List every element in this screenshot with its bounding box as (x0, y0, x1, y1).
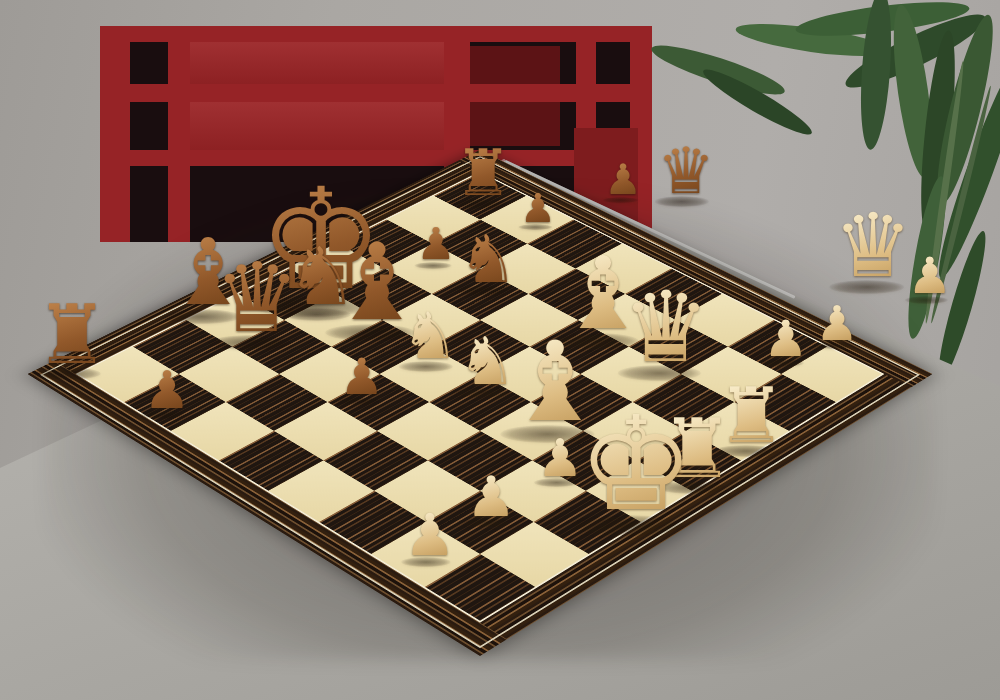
photo-scene: ♚♛♜♜♝♝♞♞♟♟♟♟♟♚♛♜♜♝♝♞♞♟♟♟♟♛♟♛♟ (0, 0, 1000, 700)
piece-white-queen-offboard[interactable]: ♛ (834, 202, 913, 290)
piece-white-queen-f3[interactable]: ♛ (622, 278, 710, 376)
piece-black-queen-c7[interactable]: ♛ (214, 250, 300, 346)
piece-black-pawn-c5[interactable]: ♟ (340, 352, 385, 402)
piece-black-queen-offboard[interactable]: ♛ (657, 139, 714, 203)
piece-white-pawn-a2[interactable]: ♟ (404, 506, 456, 564)
piece-white-pawn-g2[interactable]: ♟ (764, 314, 809, 364)
piece-black-rook-h8[interactable]: ♜ (454, 141, 511, 205)
cabinet-back-panel (190, 42, 444, 86)
piece-black-rook-a8[interactable]: ♜ (35, 294, 109, 376)
piece-white-pawn-offboard[interactable]: ♟ (908, 251, 953, 301)
piece-white-pawn-c2[interactable]: ♟ (537, 432, 584, 484)
piece-white-knight-d5[interactable]: ♞ (401, 304, 458, 368)
piece-black-pawn-offboard[interactable]: ♟ (604, 159, 642, 201)
piece-black-pawn-b7[interactable]: ♟ (144, 364, 191, 416)
piece-white-king-e1[interactable]: ♚ (578, 399, 695, 529)
piece-black-knight-f6[interactable]: ♞ (458, 227, 517, 293)
piece-white-pawn-h2[interactable]: ♟ (815, 299, 858, 347)
piece-white-pawn-b2[interactable]: ♟ (466, 469, 516, 525)
piece-black-pawn-h7[interactable]: ♟ (520, 188, 556, 228)
cabinet-back-panel (190, 102, 444, 152)
